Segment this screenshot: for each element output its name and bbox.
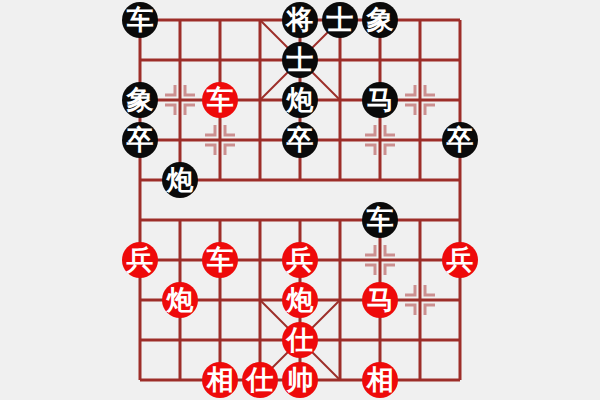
piece-red-soldier[interactable]: 兵	[282, 242, 318, 278]
piece-red-soldier[interactable]: 兵	[122, 242, 158, 278]
xiangqi-board[interactable]: 车将士象士象车炮马卒卒卒炮车兵车兵兵炮炮马仕相仕帅相	[0, 0, 600, 400]
xiangqi-app: 车将士象士象车炮马卒卒卒炮车兵车兵兵炮炮马仕相仕帅相	[0, 0, 600, 400]
piece-black-soldier[interactable]: 卒	[282, 122, 318, 158]
piece-black-elephant[interactable]: 象	[122, 82, 158, 118]
pieces-layer: 车将士象士象车炮马卒卒卒炮车兵车兵兵炮炮马仕相仕帅相	[0, 0, 600, 400]
piece-red-advisor[interactable]: 仕	[242, 362, 278, 398]
piece-black-soldier[interactable]: 卒	[122, 122, 158, 158]
piece-black-cannon[interactable]: 炮	[162, 162, 198, 198]
piece-red-elephant[interactable]: 相	[362, 362, 398, 398]
piece-red-chariot[interactable]: 车	[202, 242, 238, 278]
piece-red-elephant[interactable]: 相	[202, 362, 238, 398]
piece-red-cannon[interactable]: 炮	[162, 282, 198, 318]
piece-black-elephant[interactable]: 象	[362, 2, 398, 38]
piece-black-soldier[interactable]: 卒	[442, 122, 478, 158]
piece-red-advisor[interactable]: 仕	[282, 322, 318, 358]
piece-black-horse[interactable]: 马	[362, 82, 398, 118]
piece-red-soldier[interactable]: 兵	[442, 242, 478, 278]
piece-red-horse[interactable]: 马	[362, 282, 398, 318]
piece-black-cannon[interactable]: 炮	[282, 82, 318, 118]
piece-red-general[interactable]: 帅	[282, 362, 318, 398]
piece-black-chariot[interactable]: 车	[362, 202, 398, 238]
piece-black-general[interactable]: 将	[282, 2, 318, 38]
piece-black-chariot[interactable]: 车	[122, 2, 158, 38]
piece-black-advisor[interactable]: 士	[322, 2, 358, 38]
piece-black-advisor[interactable]: 士	[282, 42, 318, 78]
piece-red-cannon[interactable]: 炮	[282, 282, 318, 318]
piece-red-chariot[interactable]: 车	[202, 82, 238, 118]
